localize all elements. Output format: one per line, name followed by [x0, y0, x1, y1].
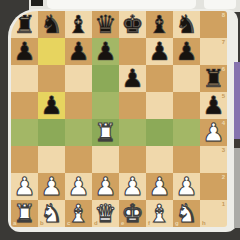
- square-g4[interactable]: [173, 119, 200, 146]
- square-b8[interactable]: ♞: [38, 11, 65, 38]
- square-g1[interactable]: g♞: [173, 200, 200, 227]
- square-f6[interactable]: [146, 65, 173, 92]
- white-bishop[interactable]: ♝: [65, 200, 92, 227]
- square-g3[interactable]: [173, 146, 200, 173]
- square-d4[interactable]: ♜: [92, 119, 119, 146]
- square-g6[interactable]: [173, 65, 200, 92]
- square-b6[interactable]: [38, 65, 65, 92]
- square-a8[interactable]: ♜: [11, 11, 38, 38]
- square-d3[interactable]: [92, 146, 119, 173]
- black-rook[interactable]: ♜: [11, 11, 38, 38]
- square-h8[interactable]: 8: [200, 11, 227, 38]
- square-b5[interactable]: ♟: [38, 92, 65, 119]
- black-pawn[interactable]: ♟: [65, 38, 92, 65]
- white-king[interactable]: ♚: [119, 200, 146, 227]
- white-pawn[interactable]: ♟: [200, 119, 227, 146]
- square-f5[interactable]: [146, 92, 173, 119]
- white-rook[interactable]: ♜: [92, 119, 119, 146]
- app-background: ♜♞♝♛♚♝♞8♟♟♟♟♟7♟6♜♟5♟♜4♟3♟♟♟♟♟♟♟2a♜b♞c♝d♛…: [0, 0, 240, 240]
- white-pawn[interactable]: ♟: [146, 173, 173, 200]
- black-pawn[interactable]: ♟: [146, 38, 173, 65]
- square-a6[interactable]: [11, 65, 38, 92]
- square-c6[interactable]: [65, 65, 92, 92]
- square-c3[interactable]: [65, 146, 92, 173]
- square-c5[interactable]: [65, 92, 92, 119]
- scrollbar-block: [234, 139, 240, 148]
- square-h2[interactable]: 2: [200, 173, 227, 200]
- black-pawn[interactable]: ♟: [173, 38, 200, 65]
- square-c4[interactable]: [65, 119, 92, 146]
- square-a3[interactable]: [11, 146, 38, 173]
- square-h3[interactable]: 3: [200, 146, 227, 173]
- file-label-h: h: [202, 220, 206, 226]
- black-pawn[interactable]: ♟: [92, 38, 119, 65]
- white-rook[interactable]: ♜: [11, 200, 38, 227]
- square-f7[interactable]: ♟: [146, 38, 173, 65]
- square-f4[interactable]: [146, 119, 173, 146]
- square-h4[interactable]: 4♟: [200, 119, 227, 146]
- square-g7[interactable]: ♟: [173, 38, 200, 65]
- dark-tab-fragment: [31, 0, 43, 6]
- square-a7[interactable]: ♟: [11, 38, 38, 65]
- square-g8[interactable]: ♞: [173, 11, 200, 38]
- white-pawn[interactable]: ♟: [173, 173, 200, 200]
- rank-label-3: 3: [222, 147, 225, 153]
- square-f2[interactable]: ♟: [146, 173, 173, 200]
- square-b4[interactable]: [38, 119, 65, 146]
- black-pawn[interactable]: ♟: [119, 65, 146, 92]
- square-h5[interactable]: 5♟: [200, 92, 227, 119]
- square-c2[interactable]: ♟: [65, 173, 92, 200]
- rank-label-7: 7: [222, 39, 225, 45]
- square-e4[interactable]: [119, 119, 146, 146]
- black-king[interactable]: ♚: [119, 11, 146, 38]
- black-knight[interactable]: ♞: [38, 11, 65, 38]
- white-pawn[interactable]: ♟: [119, 173, 146, 200]
- square-a4[interactable]: [11, 119, 38, 146]
- square-d7[interactable]: ♟: [92, 38, 119, 65]
- white-pawn[interactable]: ♟: [11, 173, 38, 200]
- square-e7[interactable]: [119, 38, 146, 65]
- chess-board: ♜♞♝♛♚♝♞8♟♟♟♟♟7♟6♜♟5♟♜4♟3♟♟♟♟♟♟♟2a♜b♞c♝d♛…: [11, 11, 227, 227]
- black-bishop[interactable]: ♝: [65, 11, 92, 38]
- square-e5[interactable]: [119, 92, 146, 119]
- square-g2[interactable]: ♟: [173, 173, 200, 200]
- square-b7[interactable]: [38, 38, 65, 65]
- black-queen[interactable]: ♛: [92, 11, 119, 38]
- rank-label-8: 8: [222, 12, 225, 18]
- square-g5[interactable]: [173, 92, 200, 119]
- square-c8[interactable]: ♝: [65, 11, 92, 38]
- white-pawn[interactable]: ♟: [38, 173, 65, 200]
- black-pawn[interactable]: ♟: [11, 38, 38, 65]
- white-pawn[interactable]: ♟: [92, 173, 119, 200]
- square-e8[interactable]: ♚: [119, 11, 146, 38]
- square-a2[interactable]: ♟: [11, 173, 38, 200]
- square-f8[interactable]: ♝: [146, 11, 173, 38]
- white-bishop[interactable]: ♝: [146, 200, 173, 227]
- black-pawn[interactable]: ♟: [38, 92, 65, 119]
- square-b2[interactable]: ♟: [38, 173, 65, 200]
- square-c7[interactable]: ♟: [65, 38, 92, 65]
- black-bishop[interactable]: ♝: [146, 11, 173, 38]
- white-queen[interactable]: ♛: [92, 200, 119, 227]
- square-d5[interactable]: [92, 92, 119, 119]
- square-d2[interactable]: ♟: [92, 173, 119, 200]
- square-c1[interactable]: c♝: [65, 200, 92, 227]
- white-knight[interactable]: ♞: [173, 200, 200, 227]
- square-h7[interactable]: 7: [200, 38, 227, 65]
- square-e2[interactable]: ♟: [119, 173, 146, 200]
- scrollbar-track: [234, 148, 240, 228]
- white-pawn[interactable]: ♟: [65, 173, 92, 200]
- square-f1[interactable]: f♝: [146, 200, 173, 227]
- square-e6[interactable]: ♟: [119, 65, 146, 92]
- square-e3[interactable]: [119, 146, 146, 173]
- square-h6[interactable]: 6♜: [200, 65, 227, 92]
- square-b3[interactable]: [38, 146, 65, 173]
- square-f3[interactable]: [146, 146, 173, 173]
- white-knight[interactable]: ♞: [38, 200, 65, 227]
- square-h1[interactable]: 1h: [200, 200, 227, 227]
- toolbar-segment-right: [204, 0, 236, 9]
- square-d8[interactable]: ♛: [92, 11, 119, 38]
- black-rook[interactable]: ♜: [200, 65, 227, 92]
- rank-label-2: 2: [222, 174, 225, 180]
- black-knight[interactable]: ♞: [173, 11, 200, 38]
- square-b1[interactable]: b♞: [38, 200, 65, 227]
- toolbar-segment: [47, 0, 196, 9]
- rank-label-1: 1: [222, 201, 225, 207]
- square-a1[interactable]: a♜: [11, 200, 38, 227]
- scrollbar-thumb[interactable]: [234, 62, 240, 139]
- square-a5[interactable]: [11, 92, 38, 119]
- black-pawn[interactable]: ♟: [200, 92, 227, 119]
- square-e1[interactable]: e♚: [119, 200, 146, 227]
- square-d1[interactable]: d♛: [92, 200, 119, 227]
- square-d6[interactable]: [92, 65, 119, 92]
